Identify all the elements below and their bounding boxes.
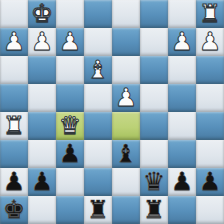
black-rook-icon[interactable]: ♜: [143, 196, 165, 224]
square-e5[interactable]: ♟: [112, 84, 140, 112]
white-pawn-icon[interactable]: ♟: [171, 28, 193, 56]
square-g1[interactable]: [168, 196, 196, 224]
black-rook-icon[interactable]: ♜: [87, 196, 109, 224]
chess-board: ♚♜♟♟♟♟♟♝♟♜♛♟♝♟♟♛♟♟♚♜♜: [0, 0, 224, 224]
square-c7[interactable]: ♟: [56, 28, 84, 56]
white-rook-icon[interactable]: ♜: [199, 0, 221, 28]
square-b2[interactable]: ♟: [28, 168, 56, 196]
black-pawn-icon[interactable]: ♟: [59, 140, 81, 168]
square-b1[interactable]: [28, 196, 56, 224]
square-h7[interactable]: ♟: [196, 28, 224, 56]
square-f4[interactable]: [140, 112, 168, 140]
square-c3[interactable]: ♟: [56, 140, 84, 168]
square-g2[interactable]: ♟: [168, 168, 196, 196]
square-f2[interactable]: ♛: [140, 168, 168, 196]
square-f3[interactable]: [140, 140, 168, 168]
square-a6[interactable]: [0, 56, 28, 84]
square-e6[interactable]: [112, 56, 140, 84]
square-f8[interactable]: [140, 0, 168, 28]
square-a1[interactable]: ♚: [0, 196, 28, 224]
square-g8[interactable]: [168, 0, 196, 28]
square-c8[interactable]: [56, 0, 84, 28]
white-king-icon[interactable]: ♚: [31, 0, 53, 28]
square-f6[interactable]: [140, 56, 168, 84]
black-king-icon[interactable]: ♚: [3, 196, 25, 224]
square-h2[interactable]: ♟: [196, 168, 224, 196]
square-h4[interactable]: [196, 112, 224, 140]
square-a7[interactable]: ♟: [0, 28, 28, 56]
white-pawn-icon[interactable]: ♟: [31, 28, 53, 56]
square-h1[interactable]: [196, 196, 224, 224]
square-g4[interactable]: [168, 112, 196, 140]
square-d6[interactable]: ♝: [84, 56, 112, 84]
square-a2[interactable]: ♟: [0, 168, 28, 196]
square-d7[interactable]: [84, 28, 112, 56]
square-e7[interactable]: [112, 28, 140, 56]
square-b3[interactable]: [28, 140, 56, 168]
square-b5[interactable]: [28, 84, 56, 112]
square-d2[interactable]: [84, 168, 112, 196]
square-e3[interactable]: ♝: [112, 140, 140, 168]
square-c4[interactable]: ♛: [56, 112, 84, 140]
white-rook-icon[interactable]: ♜: [3, 112, 25, 140]
square-e2[interactable]: [112, 168, 140, 196]
square-e1[interactable]: [112, 196, 140, 224]
square-f1[interactable]: ♜: [140, 196, 168, 224]
square-d3[interactable]: [84, 140, 112, 168]
square-h6[interactable]: [196, 56, 224, 84]
square-d1[interactable]: ♜: [84, 196, 112, 224]
black-queen-icon[interactable]: ♛: [143, 168, 165, 196]
chess-app: ♚♜♟♟♟♟♟♝♟♜♛♟♝♟♟♛♟♟♚♜♜: [0, 0, 224, 224]
black-pawn-icon[interactable]: ♟: [3, 168, 25, 196]
white-pawn-icon[interactable]: ♟: [199, 28, 221, 56]
square-b6[interactable]: [28, 56, 56, 84]
square-a4[interactable]: ♜: [0, 112, 28, 140]
square-h3[interactable]: [196, 140, 224, 168]
square-g5[interactable]: [168, 84, 196, 112]
square-h5[interactable]: [196, 84, 224, 112]
square-b4[interactable]: [28, 112, 56, 140]
square-b8[interactable]: ♚: [28, 0, 56, 28]
square-c5[interactable]: [56, 84, 84, 112]
square-a3[interactable]: [0, 140, 28, 168]
square-h8[interactable]: ♜: [196, 0, 224, 28]
square-a8[interactable]: [0, 0, 28, 28]
square-d5[interactable]: [84, 84, 112, 112]
square-g6[interactable]: [168, 56, 196, 84]
white-pawn-icon[interactable]: ♟: [59, 28, 81, 56]
black-pawn-icon[interactable]: ♟: [171, 168, 193, 196]
black-pawn-icon[interactable]: ♟: [199, 168, 221, 196]
black-pawn-icon[interactable]: ♟: [31, 168, 53, 196]
square-d4[interactable]: [84, 112, 112, 140]
square-c2[interactable]: [56, 168, 84, 196]
white-pawn-icon[interactable]: ♟: [115, 84, 137, 112]
square-d8[interactable]: [84, 0, 112, 28]
square-f5[interactable]: [140, 84, 168, 112]
white-pawn-icon[interactable]: ♟: [3, 28, 25, 56]
square-e4[interactable]: [112, 112, 140, 140]
square-b7[interactable]: ♟: [28, 28, 56, 56]
black-bishop-icon[interactable]: ♝: [115, 140, 137, 168]
square-c6[interactable]: [56, 56, 84, 84]
square-g3[interactable]: [168, 140, 196, 168]
white-queen-icon[interactable]: ♛: [59, 112, 81, 140]
square-a5[interactable]: [0, 84, 28, 112]
white-bishop-icon[interactable]: ♝: [87, 56, 109, 84]
square-f7[interactable]: [140, 28, 168, 56]
square-c1[interactable]: [56, 196, 84, 224]
square-g7[interactable]: ♟: [168, 28, 196, 56]
square-e8[interactable]: [112, 0, 140, 28]
